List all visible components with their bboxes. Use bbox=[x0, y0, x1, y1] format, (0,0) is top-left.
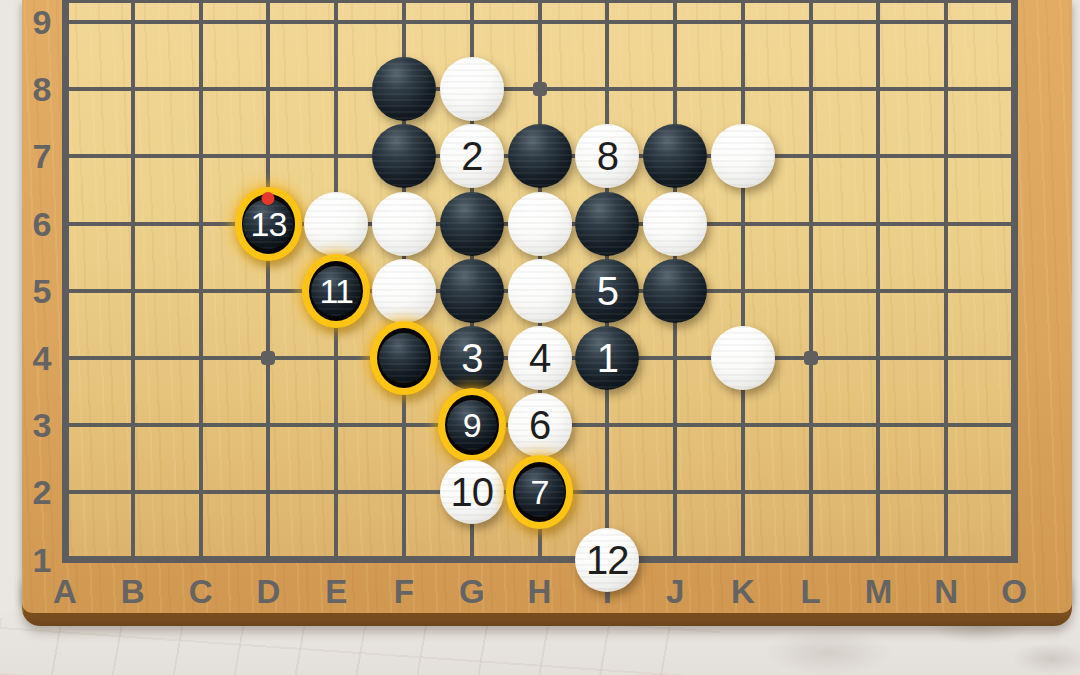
board-intersection: 3 bbox=[438, 324, 506, 391]
board-intersection: 10 bbox=[438, 459, 506, 526]
move-number: 5 bbox=[597, 271, 618, 311]
board-intersection: 4 bbox=[506, 324, 574, 391]
move-number: 11 bbox=[320, 274, 353, 308]
board-intersection: 6 bbox=[506, 392, 574, 459]
stone-black bbox=[440, 259, 504, 323]
board-intersection bbox=[641, 123, 709, 190]
move-number: 3 bbox=[461, 338, 482, 378]
stone-white bbox=[372, 259, 436, 323]
board-intersection bbox=[641, 190, 709, 257]
move-number: 8 bbox=[597, 136, 618, 176]
stone-black: 13 bbox=[243, 199, 293, 249]
stone-black: 11 bbox=[311, 266, 361, 316]
stone-black bbox=[379, 333, 429, 383]
board-intersection bbox=[709, 123, 777, 190]
stone-white: 6 bbox=[508, 393, 572, 457]
board-intersection bbox=[573, 190, 641, 257]
stone-black bbox=[440, 192, 504, 256]
stone-white bbox=[711, 124, 775, 188]
stone-black: 5 bbox=[575, 259, 639, 323]
board-intersection bbox=[438, 190, 506, 257]
winning-line-highlight-ring: 13 bbox=[235, 187, 303, 261]
stone-black bbox=[508, 124, 572, 188]
board-intersection: 5 bbox=[573, 257, 641, 324]
last-move-marker bbox=[262, 192, 275, 205]
winning-line-highlight-ring bbox=[370, 321, 438, 395]
stone-white: 4 bbox=[508, 326, 572, 390]
stone-white: 2 bbox=[440, 124, 504, 188]
board-intersection bbox=[506, 257, 574, 324]
winning-line-highlight-ring: 11 bbox=[302, 254, 370, 328]
stone-black: 3 bbox=[440, 326, 504, 390]
stone-white bbox=[508, 259, 572, 323]
move-number: 13 bbox=[251, 207, 287, 241]
board-intersection: 12 bbox=[573, 526, 641, 593]
stone-black bbox=[643, 124, 707, 188]
stone-black: 9 bbox=[447, 400, 497, 450]
board-intersection: 13 bbox=[235, 190, 303, 257]
move-number: 9 bbox=[463, 408, 481, 442]
board-intersection bbox=[506, 190, 574, 257]
board-intersection bbox=[302, 190, 370, 257]
board-intersection bbox=[370, 123, 438, 190]
move-number: 4 bbox=[529, 338, 550, 378]
move-number: 12 bbox=[586, 540, 629, 580]
stone-black bbox=[643, 259, 707, 323]
move-number: 1 bbox=[597, 338, 618, 378]
winning-line-highlight-ring: 7 bbox=[506, 455, 574, 529]
stone-white bbox=[304, 192, 368, 256]
move-number: 10 bbox=[451, 472, 494, 512]
winning-line-highlight-ring: 9 bbox=[438, 388, 506, 462]
board-intersection: 2 bbox=[438, 123, 506, 190]
board-intersection bbox=[438, 56, 506, 123]
board-intersection bbox=[370, 190, 438, 257]
stone-black: 1 bbox=[575, 326, 639, 390]
stone-white bbox=[643, 192, 707, 256]
stone-white: 12 bbox=[575, 528, 639, 592]
stone-white bbox=[372, 192, 436, 256]
stone-white bbox=[711, 326, 775, 390]
move-number: 2 bbox=[461, 136, 482, 176]
background-floor-pattern bbox=[0, 618, 720, 675]
board-intersection: 9 bbox=[438, 392, 506, 459]
board-intersection bbox=[438, 257, 506, 324]
stone-black bbox=[575, 192, 639, 256]
move-number: 6 bbox=[529, 405, 550, 445]
board-intersection: 8 bbox=[573, 123, 641, 190]
board-intersection bbox=[709, 324, 777, 391]
board-intersection bbox=[506, 123, 574, 190]
board-intersection: 11 bbox=[302, 257, 370, 324]
stone-black bbox=[372, 57, 436, 121]
stone-white bbox=[440, 57, 504, 121]
stone-white: 8 bbox=[575, 124, 639, 188]
board-intersection: 1 bbox=[573, 324, 641, 391]
board-intersection: 7 bbox=[506, 459, 574, 526]
move-number: 7 bbox=[531, 475, 549, 509]
board-intersection bbox=[370, 324, 438, 391]
app-screen: ABCDEFGHIJKLMNO 987654321 28131153419610… bbox=[0, 0, 1080, 675]
board-intersection bbox=[370, 56, 438, 123]
stone-white bbox=[508, 192, 572, 256]
stone-black bbox=[372, 124, 436, 188]
board-intersection bbox=[641, 257, 709, 324]
stone-white: 10 bbox=[440, 460, 504, 524]
board-intersection bbox=[370, 257, 438, 324]
board-grid[interactable]: 28131153419610712 bbox=[31, 0, 1048, 593]
stone-black: 7 bbox=[515, 467, 565, 517]
